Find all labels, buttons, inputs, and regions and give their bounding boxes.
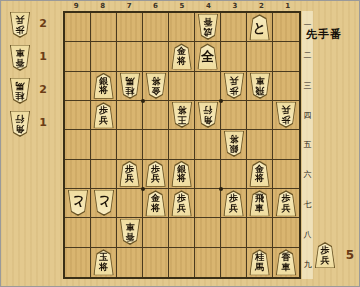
shogi-piece-sente-8-4[interactable]: 歩兵 (93, 102, 114, 128)
piece-face: 銀将 (224, 132, 243, 156)
piece-face: 歩兵 (172, 192, 191, 216)
star-point-2 (141, 187, 145, 191)
shogi-piece-gote-5-4[interactable]: 王将 (171, 102, 192, 128)
square-9-4[interactable] (65, 101, 91, 130)
gote-hand-row-3[interactable]: 角行1 (4, 108, 50, 141)
square-9-9[interactable] (65, 248, 91, 277)
file-label: 1 (275, 1, 301, 11)
square-6-7[interactable]: 金将 (143, 189, 169, 218)
shogi-piece-sente-hand-0[interactable]: 歩兵 (315, 242, 336, 268)
piece-face: 銀将 (172, 162, 191, 186)
rank-label: 六 (302, 160, 313, 190)
square-6-2[interactable] (143, 42, 169, 71)
square-1-2[interactable] (273, 42, 299, 71)
square-8-2[interactable] (91, 42, 117, 71)
piece-kanji: 兵 (99, 116, 108, 126)
piece-kanji: 全 (201, 50, 214, 64)
piece-face: 角行 (198, 103, 217, 127)
square-7-3[interactable]: 桂馬 (117, 72, 143, 101)
square-3-4[interactable] (221, 101, 247, 130)
square-1-7[interactable]: 歩兵 (273, 189, 299, 218)
file-label: 2 (248, 1, 274, 11)
rank-label: 四 (302, 100, 313, 130)
square-7-1[interactable] (117, 13, 143, 42)
piece-kanji: 王 (177, 115, 186, 125)
piece-kanji: 兵 (16, 15, 25, 25)
square-8-8[interactable] (91, 218, 117, 247)
square-8-9[interactable]: 玉将 (91, 248, 117, 277)
square-8-1[interactable] (91, 13, 117, 42)
star-point-3 (219, 187, 223, 191)
gote-hand-count: 1 (36, 116, 50, 129)
square-4-3[interactable] (195, 72, 221, 101)
piece-face: 金将 (146, 73, 165, 97)
piece-face: 金将 (250, 162, 269, 186)
piece-face: 香車 (120, 220, 139, 244)
square-3-7[interactable]: 歩兵 (221, 189, 247, 218)
square-3-9[interactable] (221, 248, 247, 277)
gote-captured-stand[interactable]: 歩兵2香車1桂馬2角行1 (4, 9, 50, 141)
rank-label: 三 (302, 71, 313, 101)
square-2-7[interactable]: 飛車 (247, 189, 273, 218)
square-6-5[interactable] (143, 130, 169, 159)
piece-face: 香車 (277, 251, 296, 275)
square-1-4[interactable]: 歩兵 (273, 101, 299, 130)
square-1-3[interactable] (273, 72, 299, 101)
piece-kanji: 兵 (282, 204, 291, 214)
square-5-1[interactable] (169, 13, 195, 42)
piece-face: 銀将 (94, 74, 113, 98)
piece-kanji: 銀 (229, 144, 238, 154)
gote-hand-row-0[interactable]: 歩兵2 (4, 9, 50, 42)
piece-face: 歩兵 (316, 244, 335, 268)
square-5-2[interactable]: 金将 (169, 42, 195, 71)
file-coordinate-labels: 987654321 (63, 1, 301, 11)
piece-kanji: 将 (99, 86, 108, 96)
piece-kanji: 香 (125, 232, 134, 242)
piece-face: 歩兵 (11, 13, 30, 37)
shogi-piece-sente-2-7[interactable]: 飛車 (249, 190, 270, 216)
square-2-6[interactable]: 金将 (247, 160, 273, 189)
square-3-6[interactable] (221, 160, 247, 189)
gote-hand-count: 2 (36, 83, 50, 96)
piece-face: 香車 (11, 46, 30, 70)
piece-kanji: 桂 (125, 85, 134, 95)
piece-face: 王将 (172, 103, 191, 127)
shogi-app-window: { "game": "shogi", "turn_indicator": "先手… (0, 0, 360, 287)
shogi-piece-sente-5-2[interactable]: 金将 (171, 43, 192, 69)
shogi-piece-sente-4-2[interactable]: 全 (197, 43, 218, 69)
square-6-6[interactable]: 歩兵 (143, 160, 169, 189)
piece-kanji: 金 (151, 85, 160, 95)
gote-hand-row-2[interactable]: 桂馬2 (4, 75, 50, 108)
shogi-piece-gote-7-8[interactable]: 香車 (119, 219, 140, 245)
shogi-piece-sente-1-9[interactable]: 香車 (276, 249, 297, 275)
piece-face: 金将 (172, 45, 191, 69)
square-2-8[interactable] (247, 218, 273, 247)
square-7-2[interactable] (117, 42, 143, 71)
square-9-3[interactable] (65, 72, 91, 101)
shogi-piece-gote-4-4[interactable]: 角行 (197, 102, 218, 128)
star-point-1 (219, 99, 223, 103)
square-2-3[interactable]: 飛車 (247, 72, 273, 101)
sente-captured-stand[interactable]: 歩兵5 (309, 233, 359, 277)
square-2-4[interactable] (247, 101, 273, 130)
square-7-7[interactable] (117, 189, 143, 218)
piece-kanji: 将 (151, 76, 160, 86)
shogi-piece-gote-3-3[interactable]: 歩兵 (223, 73, 244, 99)
piece-kanji: 将 (177, 105, 186, 115)
sente-hand-row-0[interactable]: 歩兵5 (309, 233, 359, 266)
square-2-9[interactable]: 桂馬 (247, 248, 273, 277)
square-4-1[interactable]: 成香 (195, 13, 221, 42)
piece-kanji: 将 (99, 263, 108, 273)
piece-kanji: 将 (151, 204, 160, 214)
shogi-piece-sente-2-6[interactable]: 金将 (249, 161, 270, 187)
piece-kanji: 将 (177, 174, 186, 184)
file-label: 8 (89, 1, 115, 11)
piece-face: 歩兵 (277, 103, 296, 127)
square-5-5[interactable] (169, 130, 195, 159)
file-label: 6 (142, 1, 168, 11)
square-6-8[interactable] (143, 218, 169, 247)
square-3-3[interactable]: 歩兵 (221, 72, 247, 101)
square-8-6[interactable] (91, 160, 117, 189)
square-3-5[interactable]: 銀将 (221, 130, 247, 159)
square-3-1[interactable] (221, 13, 247, 42)
square-1-9[interactable]: 香車 (273, 248, 299, 277)
piece-kanji: 兵 (125, 174, 134, 184)
gote-hand-count: 1 (36, 50, 50, 63)
shogi-piece-gote-hand-3[interactable]: 角行 (10, 111, 31, 137)
piece-face: 金将 (146, 192, 165, 216)
piece-kanji: 馬 (255, 263, 264, 273)
piece-kanji: 兵 (229, 76, 238, 86)
piece-kanji: 角 (203, 115, 212, 125)
piece-face: 歩兵 (120, 162, 139, 186)
piece-face: 飛車 (250, 73, 269, 97)
file-label: 5 (169, 1, 195, 11)
shogi-piece-sente-8-9[interactable]: 玉将 (93, 249, 114, 275)
square-4-7[interactable] (195, 189, 221, 218)
star-point-0 (141, 99, 145, 103)
piece-kanji: 馬 (16, 81, 25, 91)
piece-face: 玉将 (94, 251, 113, 275)
piece-face: 飛車 (250, 192, 269, 216)
square-4-5[interactable] (195, 130, 221, 159)
square-3-8[interactable] (221, 218, 247, 247)
piece-face: 歩兵 (277, 192, 296, 216)
piece-kanji: 歩 (282, 115, 291, 125)
square-5-8[interactable] (169, 218, 195, 247)
square-2-5[interactable] (247, 130, 273, 159)
piece-kanji: 車 (16, 48, 25, 58)
square-5-6[interactable]: 銀将 (169, 160, 195, 189)
piece-kanji: 香 (16, 58, 25, 68)
square-9-5[interactable] (65, 130, 91, 159)
shogi-piece-gote-hand-1[interactable]: 香車 (10, 45, 31, 71)
piece-kanji: 兵 (177, 204, 186, 214)
shogi-piece-gote-8-7[interactable]: と (93, 190, 114, 216)
piece-kanji: 兵 (151, 174, 160, 184)
turn-indicator: 先手番 (306, 27, 360, 42)
shogi-piece-gote-hand-0[interactable]: 歩兵 (10, 12, 31, 38)
file-label: 7 (116, 1, 142, 11)
square-6-4[interactable] (143, 101, 169, 130)
square-7-5[interactable] (117, 130, 143, 159)
piece-kanji: 兵 (321, 256, 330, 266)
piece-kanji: 角 (16, 124, 25, 134)
piece-kanji: 成 (203, 27, 212, 37)
square-1-5[interactable] (273, 130, 299, 159)
shogi-piece-gote-1-4[interactable]: 歩兵 (276, 102, 297, 128)
piece-kanji: 香 (203, 17, 212, 27)
shogi-piece-sente-8-3[interactable]: 銀将 (93, 73, 114, 99)
piece-face: 成香 (198, 15, 217, 39)
square-2-1[interactable]: と (247, 13, 273, 42)
square-4-4[interactable]: 角行 (195, 101, 221, 130)
shogi-piece-sente-5-7[interactable]: 歩兵 (171, 190, 192, 216)
square-4-9[interactable] (195, 248, 221, 277)
shogi-piece-gote-hand-2[interactable]: 桂馬 (10, 78, 31, 104)
piece-kanji: と (97, 196, 110, 210)
file-label: 4 (195, 1, 221, 11)
shogi-piece-sente-3-7[interactable]: 歩兵 (223, 190, 244, 216)
square-8-7[interactable]: と (91, 189, 117, 218)
shogi-piece-sente-2-9[interactable]: 桂馬 (249, 249, 270, 275)
shogi-piece-sente-1-7[interactable]: 歩兵 (276, 190, 297, 216)
rank-label: 二 (302, 41, 313, 71)
piece-face: 歩兵 (224, 192, 243, 216)
square-5-9[interactable] (169, 248, 195, 277)
shogi-piece-sente-6-7[interactable]: 金将 (145, 190, 166, 216)
shogi-board[interactable]: 成香と金将全銀将桂馬金将歩兵飛車歩兵王将角行歩兵銀将歩兵歩兵銀将金将とと金将歩兵… (63, 11, 301, 279)
piece-face: 歩兵 (146, 162, 165, 186)
square-5-3[interactable] (169, 72, 195, 101)
shogi-piece-gote-6-3[interactable]: 金将 (145, 73, 166, 99)
piece-face: と (250, 16, 269, 40)
square-4-6[interactable] (195, 160, 221, 189)
square-1-6[interactable] (273, 160, 299, 189)
square-4-8[interactable] (195, 218, 221, 247)
piece-kanji: 歩 (16, 25, 25, 35)
rank-label: 五 (302, 130, 313, 160)
piece-kanji: 将 (177, 57, 186, 67)
square-6-9[interactable] (143, 248, 169, 277)
piece-kanji: 車 (255, 76, 264, 86)
square-8-5[interactable] (91, 130, 117, 159)
piece-kanji: 車 (255, 204, 264, 214)
shogi-piece-sente-7-6[interactable]: 歩兵 (119, 161, 140, 187)
square-1-1[interactable] (273, 13, 299, 42)
piece-kanji: 将 (229, 134, 238, 144)
square-7-8[interactable]: 香車 (117, 218, 143, 247)
piece-kanji: 桂 (16, 91, 25, 101)
square-6-1[interactable] (143, 13, 169, 42)
sente-hand-count: 5 (343, 248, 357, 262)
square-4-2[interactable]: 全 (195, 42, 221, 71)
shogi-piece-gote-3-5[interactable]: 銀将 (223, 131, 244, 157)
piece-face: 角行 (11, 112, 30, 136)
square-7-4[interactable] (117, 101, 143, 130)
piece-kanji: 歩 (229, 85, 238, 95)
piece-face: 歩兵 (224, 73, 243, 97)
rank-label: 七 (302, 190, 313, 220)
square-2-2[interactable] (247, 42, 273, 71)
piece-kanji: と (71, 196, 84, 210)
piece-face: と (94, 191, 113, 215)
square-9-1[interactable] (65, 13, 91, 42)
square-7-9[interactable] (117, 248, 143, 277)
square-1-8[interactable] (273, 218, 299, 247)
square-9-7[interactable]: と (65, 189, 91, 218)
piece-kanji: と (253, 21, 266, 35)
square-8-3[interactable]: 銀将 (91, 72, 117, 101)
square-3-2[interactable] (221, 42, 247, 71)
square-6-3[interactable]: 金将 (143, 72, 169, 101)
piece-kanji: 行 (16, 114, 25, 124)
square-9-2[interactable] (65, 42, 91, 71)
shogi-piece-gote-2-3[interactable]: 飛車 (249, 73, 270, 99)
file-label: 9 (63, 1, 89, 11)
piece-kanji: 兵 (229, 204, 238, 214)
piece-face: 歩兵 (94, 104, 113, 128)
piece-face: 桂馬 (11, 79, 30, 103)
square-9-8[interactable] (65, 218, 91, 247)
shogi-piece-gote-7-3[interactable]: 桂馬 (119, 73, 140, 99)
piece-face: 桂馬 (120, 73, 139, 97)
square-5-4[interactable]: 王将 (169, 101, 195, 130)
square-9-6[interactable] (65, 160, 91, 189)
shogi-piece-sente-2-1[interactable]: と (249, 14, 270, 40)
square-5-7[interactable]: 歩兵 (169, 189, 195, 218)
piece-kanji: 行 (203, 105, 212, 115)
piece-kanji: 将 (255, 174, 264, 184)
piece-kanji: 馬 (125, 76, 134, 86)
piece-kanji: 車 (282, 263, 291, 273)
piece-face: と (68, 191, 87, 215)
shogi-piece-sente-5-6[interactable]: 銀将 (171, 161, 192, 187)
square-8-4[interactable]: 歩兵 (91, 101, 117, 130)
shogi-piece-sente-6-6[interactable]: 歩兵 (145, 161, 166, 187)
gote-hand-row-1[interactable]: 香車1 (4, 42, 50, 75)
file-label: 3 (222, 1, 248, 11)
piece-kanji: 兵 (282, 105, 291, 115)
square-7-6[interactable]: 歩兵 (117, 160, 143, 189)
piece-face: 全 (198, 45, 217, 69)
shogi-piece-gote-9-7[interactable]: と (67, 190, 88, 216)
gote-hand-count: 2 (36, 17, 50, 30)
piece-kanji: 車 (125, 222, 134, 232)
piece-face: 桂馬 (250, 251, 269, 275)
shogi-piece-gote-4-1[interactable]: 成香 (197, 14, 218, 40)
piece-kanji: 飛 (255, 85, 264, 95)
